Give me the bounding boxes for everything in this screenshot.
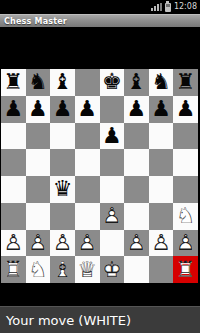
piece-black-rook: ♜ — [1, 69, 26, 96]
square-g8[interactable]: ♞ — [149, 69, 174, 96]
square-e7[interactable] — [100, 96, 125, 123]
piece-black-pawn: ♟ — [149, 96, 174, 123]
piece-black-king: ♚ — [100, 69, 125, 96]
square-a5[interactable] — [1, 149, 26, 176]
square-b2[interactable]: ♟♙ — [26, 230, 51, 257]
square-g4[interactable] — [149, 176, 174, 203]
square-g1[interactable] — [149, 256, 174, 283]
square-g2[interactable]: ♟♙ — [149, 230, 174, 257]
square-d6[interactable] — [75, 123, 100, 150]
piece-black-bishop: ♝ — [50, 69, 75, 96]
square-c5[interactable] — [50, 149, 75, 176]
square-a1[interactable]: ♜♖ — [1, 256, 26, 283]
square-f3[interactable] — [124, 203, 149, 230]
piece-black-pawn: ♟ — [124, 96, 149, 123]
square-e8[interactable]: ♚ — [100, 69, 125, 96]
square-h7[interactable]: ♟ — [173, 96, 198, 123]
square-c1[interactable]: ♝♗ — [50, 256, 75, 283]
square-c6[interactable] — [50, 123, 75, 150]
square-a8[interactable]: ♜ — [1, 69, 26, 96]
app-title: Chess Master — [0, 17, 67, 26]
square-c3[interactable] — [50, 203, 75, 230]
piece-white-king: ♚♔ — [100, 256, 125, 283]
square-h2[interactable]: ♟♙ — [173, 230, 198, 257]
piece-black-pawn: ♟ — [75, 96, 100, 123]
piece-white-pawn: ♟♙ — [1, 230, 26, 257]
piece-white-pawn: ♟♙ — [124, 230, 149, 257]
square-e3[interactable]: ♟♙ — [100, 203, 125, 230]
square-a7[interactable]: ♟ — [1, 96, 26, 123]
piece-white-rook: ♜♖ — [1, 256, 26, 283]
square-b7[interactable]: ♟ — [26, 96, 51, 123]
square-c4[interactable]: ♛ — [50, 176, 75, 203]
square-b4[interactable] — [26, 176, 51, 203]
square-f7[interactable]: ♟ — [124, 96, 149, 123]
square-h3[interactable]: ♞♘ — [173, 203, 198, 230]
square-f2[interactable]: ♟♙ — [124, 230, 149, 257]
square-c2[interactable]: ♟♙ — [50, 230, 75, 257]
battery-icon — [165, 3, 171, 12]
chess-board[interactable]: ♜♞♝♚♝♞♜♟♟♟♟♟♟♟♟♛♟♙♞♘♟♙♟♙♟♙♟♙♟♙♟♙♟♙♜♖♞♘♝♗… — [1, 69, 198, 283]
square-f6[interactable] — [124, 123, 149, 150]
square-h4[interactable] — [173, 176, 198, 203]
square-h5[interactable] — [173, 149, 198, 176]
square-d2[interactable]: ♟♙ — [75, 230, 100, 257]
piece-black-pawn: ♟ — [173, 96, 198, 123]
square-d7[interactable]: ♟ — [75, 96, 100, 123]
piece-white-knight: ♞♘ — [173, 203, 198, 230]
square-f8[interactable]: ♝ — [124, 69, 149, 96]
piece-white-pawn: ♟♙ — [75, 230, 100, 257]
square-h6[interactable] — [173, 123, 198, 150]
square-b5[interactable] — [26, 149, 51, 176]
square-g7[interactable]: ♟ — [149, 96, 174, 123]
piece-white-bishop: ♝♗ — [50, 256, 75, 283]
square-g6[interactable] — [149, 123, 174, 150]
piece-black-bishop: ♝ — [124, 69, 149, 96]
piece-black-queen: ♛ — [50, 176, 75, 203]
piece-black-pawn: ♟ — [1, 96, 26, 123]
piece-white-rook: ♜♖ — [173, 256, 198, 283]
square-f5[interactable] — [124, 149, 149, 176]
square-b6[interactable] — [26, 123, 51, 150]
square-d5[interactable] — [75, 149, 100, 176]
square-b1[interactable]: ♞♘ — [26, 256, 51, 283]
square-a3[interactable] — [1, 203, 26, 230]
square-b3[interactable] — [26, 203, 51, 230]
square-b8[interactable]: ♞ — [26, 69, 51, 96]
square-e5[interactable] — [100, 149, 125, 176]
square-e4[interactable] — [100, 176, 125, 203]
square-d1[interactable]: ♛♕ — [75, 256, 100, 283]
square-g5[interactable] — [149, 149, 174, 176]
move-status-bar: Your move (WHITE) — [0, 306, 200, 333]
square-f1[interactable] — [124, 256, 149, 283]
square-a2[interactable]: ♟♙ — [1, 230, 26, 257]
square-c7[interactable]: ♟ — [50, 96, 75, 123]
move-status-text: Your move (WHITE) — [0, 313, 131, 328]
square-d8[interactable] — [75, 69, 100, 96]
piece-black-pawn: ♟ — [100, 123, 125, 150]
square-e1[interactable]: ♚♔ — [100, 256, 125, 283]
clock-text: 12:08 — [174, 0, 197, 14]
piece-white-pawn: ♟♙ — [100, 203, 125, 230]
app-title-bar: Chess Master — [0, 14, 200, 27]
square-e6[interactable]: ♟ — [100, 123, 125, 150]
square-a6[interactable] — [1, 123, 26, 150]
square-e2[interactable] — [100, 230, 125, 257]
square-h1[interactable]: ♜♖ — [173, 256, 198, 283]
signal-strength-icon — [151, 3, 162, 11]
phone-screen: 12:08 Chess Master ♜♞♝♚♝♞♜♟♟♟♟♟♟♟♟♛♟♙♞♘♟… — [0, 0, 200, 333]
square-c8[interactable]: ♝ — [50, 69, 75, 96]
piece-white-pawn: ♟♙ — [50, 230, 75, 257]
piece-black-pawn: ♟ — [50, 96, 75, 123]
piece-white-pawn: ♟♙ — [149, 230, 174, 257]
square-a4[interactable] — [1, 176, 26, 203]
piece-white-queen: ♛♕ — [75, 256, 100, 283]
piece-black-knight: ♞ — [26, 69, 51, 96]
piece-white-pawn: ♟♙ — [26, 230, 51, 257]
piece-black-knight: ♞ — [149, 69, 174, 96]
piece-black-rook: ♜ — [173, 69, 198, 96]
piece-white-knight: ♞♘ — [26, 256, 51, 283]
square-f4[interactable] — [124, 176, 149, 203]
square-g3[interactable] — [149, 203, 174, 230]
square-h8[interactable]: ♜ — [173, 69, 198, 96]
square-d3[interactable] — [75, 203, 100, 230]
square-d4[interactable] — [75, 176, 100, 203]
piece-black-pawn: ♟ — [26, 96, 51, 123]
piece-white-pawn: ♟♙ — [173, 230, 198, 257]
status-bar: 12:08 — [0, 0, 200, 14]
